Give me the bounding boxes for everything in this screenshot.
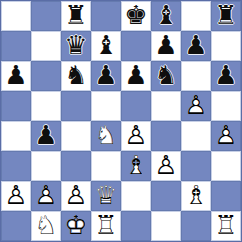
black-knight[interactable]: ♞	[151, 61, 181, 91]
black-knight-icon: ♞	[154, 62, 177, 88]
black-rook[interactable]: ♜	[61, 1, 91, 31]
white-knight-outline-icon: ♘	[34, 212, 57, 238]
square-g2[interactable]: ♝♗	[181, 181, 211, 211]
black-pawn[interactable]: ♟	[211, 61, 241, 91]
square-e5[interactable]	[121, 91, 151, 121]
square-f6[interactable]: ♞	[151, 61, 181, 91]
square-g7[interactable]: ♟	[181, 31, 211, 61]
white-bishop[interactable]: ♝♗	[181, 181, 211, 211]
black-pawn[interactable]: ♟	[151, 31, 181, 61]
square-a6[interactable]: ♟	[1, 61, 31, 91]
white-bishop-outline-icon: ♗	[184, 182, 207, 208]
black-pawn-icon: ♟	[34, 122, 57, 148]
black-pawn-icon: ♟	[94, 62, 117, 88]
white-bishop-outline-icon: ♗	[124, 152, 147, 178]
white-king-outline-icon: ♔	[64, 212, 87, 238]
white-pawn[interactable]: ♟♙	[61, 181, 91, 211]
square-h8[interactable]: ♜	[211, 1, 241, 31]
black-knight-icon: ♞	[64, 62, 87, 88]
white-queen-outline-icon: ♕	[94, 182, 117, 208]
square-c1[interactable]: ♚♔	[61, 211, 91, 241]
square-g8[interactable]	[181, 1, 211, 31]
square-f5[interactable]	[151, 91, 181, 121]
white-knight[interactable]: ♞♘	[31, 211, 61, 241]
square-f3[interactable]: ♟♙	[151, 151, 181, 181]
square-h6[interactable]: ♟	[211, 61, 241, 91]
white-king[interactable]: ♚♔	[61, 211, 91, 241]
square-a7[interactable]	[1, 31, 31, 61]
white-rook[interactable]: ♜♖	[91, 211, 121, 241]
square-a1[interactable]	[1, 211, 31, 241]
square-h1[interactable]: ♜♖	[211, 211, 241, 241]
white-pawn-outline-icon: ♙	[4, 182, 27, 208]
square-a5[interactable]	[1, 91, 31, 121]
black-pawn-icon: ♟	[154, 32, 177, 58]
black-pawn[interactable]: ♟	[91, 61, 121, 91]
black-pawn-icon: ♟	[124, 62, 147, 88]
black-bishop-icon: ♝	[154, 2, 177, 28]
square-e1[interactable]	[121, 211, 151, 241]
white-rook-outline-icon: ♖	[214, 212, 237, 238]
square-a4[interactable]	[1, 121, 31, 151]
square-e4[interactable]: ♟♙	[121, 121, 151, 151]
black-king-icon: ♚	[124, 2, 147, 28]
square-f8[interactable]: ♝	[151, 1, 181, 31]
square-e8[interactable]: ♚	[121, 1, 151, 31]
black-pawn[interactable]: ♟	[181, 31, 211, 61]
square-c5[interactable]	[61, 91, 91, 121]
black-pawn[interactable]: ♟	[1, 61, 31, 91]
square-b2[interactable]: ♟♙	[31, 181, 61, 211]
square-d2[interactable]: ♛♕	[91, 181, 121, 211]
square-g3[interactable]	[181, 151, 211, 181]
square-c4[interactable]	[61, 121, 91, 151]
square-c3[interactable]	[61, 151, 91, 181]
white-bishop[interactable]: ♝♗	[121, 151, 151, 181]
black-queen-icon: ♛	[64, 32, 87, 58]
white-pawn-outline-icon: ♙	[64, 182, 87, 208]
square-d8[interactable]	[91, 1, 121, 31]
square-b6[interactable]	[31, 61, 61, 91]
black-pawn-icon: ♟	[184, 32, 207, 58]
square-a2[interactable]: ♟♙	[1, 181, 31, 211]
square-b8[interactable]	[31, 1, 61, 31]
square-g5[interactable]: ♟♙	[181, 91, 211, 121]
black-king[interactable]: ♚	[121, 1, 151, 31]
square-b1[interactable]: ♞♘	[31, 211, 61, 241]
chess-board: ♜♚♝♜♛♝♟♟♟♞♟♟♞♟♟♙♟♞♘♟♙♟♙♝♗♟♙♟♙♟♙♟♙♛♕♝♗♞♘♚…	[0, 0, 242, 242]
white-pawn[interactable]: ♟♙	[181, 91, 211, 121]
white-pawn[interactable]: ♟♙	[151, 151, 181, 181]
square-d3[interactable]	[91, 151, 121, 181]
square-d5[interactable]	[91, 91, 121, 121]
white-rook-outline-icon: ♖	[94, 212, 117, 238]
square-b4[interactable]: ♟	[31, 121, 61, 151]
square-d6[interactable]: ♟	[91, 61, 121, 91]
black-rook-icon: ♜	[214, 2, 237, 28]
white-pawn-outline-icon: ♙	[154, 152, 177, 178]
square-h4[interactable]: ♟♙	[211, 121, 241, 151]
black-pawn-icon: ♟	[214, 62, 237, 88]
square-h3[interactable]	[211, 151, 241, 181]
square-g1[interactable]	[181, 211, 211, 241]
white-pawn-outline-icon: ♙	[184, 92, 207, 118]
square-h5[interactable]	[211, 91, 241, 121]
black-bishop[interactable]: ♝	[151, 1, 181, 31]
white-pawn[interactable]: ♟♙	[1, 181, 31, 211]
white-pawn-outline-icon: ♙	[214, 122, 237, 148]
square-h7[interactable]	[211, 31, 241, 61]
square-c7[interactable]: ♛	[61, 31, 91, 61]
black-pawn[interactable]: ♟	[31, 121, 61, 151]
square-h2[interactable]	[211, 181, 241, 211]
square-g4[interactable]	[181, 121, 211, 151]
square-d4[interactable]: ♞♘	[91, 121, 121, 151]
square-c2[interactable]: ♟♙	[61, 181, 91, 211]
square-b7[interactable]	[31, 31, 61, 61]
white-pawn[interactable]: ♟♙	[211, 121, 241, 151]
square-d7[interactable]: ♝	[91, 31, 121, 61]
square-e7[interactable]	[121, 31, 151, 61]
white-knight-outline-icon: ♘	[94, 122, 117, 148]
white-pawn[interactable]: ♟♙	[31, 181, 61, 211]
white-knight[interactable]: ♞♘	[91, 121, 121, 151]
black-rook-icon: ♜	[64, 2, 87, 28]
square-f4[interactable]	[151, 121, 181, 151]
square-g6[interactable]	[181, 61, 211, 91]
square-f7[interactable]: ♟	[151, 31, 181, 61]
black-rook[interactable]: ♜	[211, 1, 241, 31]
white-pawn-outline-icon: ♙	[124, 122, 147, 148]
square-b5[interactable]	[31, 91, 61, 121]
white-pawn[interactable]: ♟♙	[121, 121, 151, 151]
square-e2[interactable]	[121, 181, 151, 211]
black-pawn[interactable]: ♟	[121, 61, 151, 91]
square-a3[interactable]	[1, 151, 31, 181]
square-f1[interactable]	[151, 211, 181, 241]
square-f2[interactable]	[151, 181, 181, 211]
square-e3[interactable]: ♝♗	[121, 151, 151, 181]
black-pawn-icon: ♟	[4, 62, 27, 88]
square-c6[interactable]: ♞	[61, 61, 91, 91]
square-d1[interactable]: ♜♖	[91, 211, 121, 241]
white-queen[interactable]: ♛♕	[91, 181, 121, 211]
square-c8[interactable]: ♜	[61, 1, 91, 31]
square-a8[interactable]	[1, 1, 31, 31]
square-b3[interactable]	[31, 151, 61, 181]
white-rook[interactable]: ♜♖	[211, 211, 241, 241]
square-e6[interactable]: ♟	[121, 61, 151, 91]
black-bishop[interactable]: ♝	[91, 31, 121, 61]
black-queen[interactable]: ♛	[61, 31, 91, 61]
black-knight[interactable]: ♞	[61, 61, 91, 91]
chess-board-container: ♜♚♝♜♛♝♟♟♟♞♟♟♞♟♟♙♟♞♘♟♙♟♙♝♗♟♙♟♙♟♙♟♙♛♕♝♗♞♘♚…	[0, 0, 242, 242]
white-pawn-outline-icon: ♙	[34, 182, 57, 208]
black-bishop-icon: ♝	[94, 32, 117, 58]
